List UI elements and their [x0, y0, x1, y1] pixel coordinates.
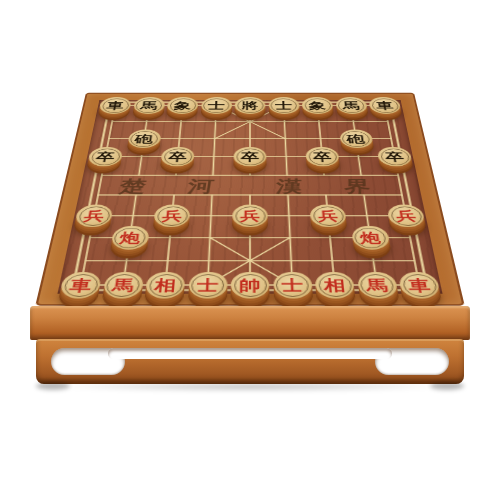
piece-character: 砲: [346, 134, 365, 144]
piece-red-advisor[interactable]: 士: [273, 272, 313, 299]
foot-shadow-left: [36, 382, 70, 390]
piece-character: 卒: [384, 151, 404, 162]
piece-character: 相: [154, 278, 177, 293]
piece-red-advisor[interactable]: 士: [188, 272, 228, 299]
piece-character: 士: [275, 101, 293, 110]
piece-black-advisor[interactable]: 士: [268, 97, 299, 114]
river-label-right: 漢界: [275, 176, 413, 198]
piece-character: 將: [241, 101, 258, 110]
piece-character: 士: [281, 278, 303, 293]
piece-character: 兵: [161, 209, 182, 222]
ground-shadow: [52, 383, 448, 392]
stand-cutout-slot: [108, 348, 392, 359]
piece-character: 馬: [111, 278, 135, 293]
piece-character: 兵: [395, 209, 417, 222]
piece-character: 兵: [240, 209, 260, 222]
piece-black-soldier[interactable]: 卒: [233, 147, 266, 166]
piece-character: 炮: [359, 231, 381, 244]
board-3d-scene: 楚河 漢界 車馬象士將士象馬車砲砲卒卒卒卒卒兵兵兵兵兵炮炮車馬相士帥士相馬車: [0, 0, 500, 500]
wooden-table-stand: [36, 339, 464, 384]
piece-black-general[interactable]: 將: [235, 97, 266, 114]
board-front-edge: [30, 306, 470, 340]
piece-character: 士: [208, 101, 226, 110]
piece-character: 炮: [119, 231, 141, 244]
piece-character: 卒: [168, 151, 187, 162]
piece-character: 士: [197, 278, 219, 293]
piece-character: 帥: [239, 278, 261, 293]
river-label-left: 楚河: [117, 176, 257, 198]
piece-red-general[interactable]: 帥: [231, 272, 270, 299]
piece-character: 象: [174, 101, 192, 110]
piece-character: 砲: [134, 134, 153, 144]
piece-black-advisor[interactable]: 士: [200, 97, 231, 114]
xiangqi-board: 楚河 漢界 車馬象士將士象馬車砲砲卒卒卒卒卒兵兵兵兵兵炮炮車馬相士帥士相馬車: [35, 93, 465, 306]
foot-shadow-right: [430, 382, 464, 390]
piece-black-soldier[interactable]: 卒: [305, 147, 340, 166]
piece-character: 馬: [140, 101, 158, 110]
piece-character: 卒: [313, 151, 332, 162]
piece-character: 車: [106, 101, 125, 110]
piece-character: 相: [323, 278, 346, 293]
piece-character: 象: [308, 101, 326, 110]
piece-character: 兵: [318, 209, 339, 222]
piece-character: 車: [375, 101, 394, 110]
piece-character: 車: [407, 278, 431, 293]
product-photo-stage: 楚河 漢界 車馬象士將士象馬車砲砲卒卒卒卒卒兵兵兵兵兵炮炮車馬相士帥士相馬車: [0, 0, 500, 500]
piece-character: 卒: [241, 151, 259, 162]
piece-character: 兵: [83, 209, 105, 222]
piece-character: 卒: [95, 151, 115, 162]
piece-character: 車: [69, 278, 93, 293]
piece-black-elephant[interactable]: 象: [301, 97, 333, 114]
piece-character: 馬: [342, 101, 360, 110]
piece-red-soldier[interactable]: 兵: [232, 205, 268, 228]
piece-character: 馬: [365, 278, 389, 293]
